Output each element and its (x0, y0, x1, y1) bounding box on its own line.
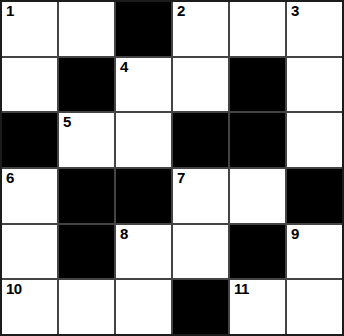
white-cell[interactable]: 7 (173, 169, 228, 223)
black-cell (116, 169, 171, 223)
white-cell[interactable] (59, 2, 114, 56)
white-cell[interactable] (173, 58, 228, 112)
clue-number: 1 (6, 3, 14, 20)
black-cell (230, 113, 285, 167)
clue-number: 3 (291, 3, 299, 20)
white-cell[interactable] (287, 113, 342, 167)
black-cell (116, 2, 171, 56)
white-cell[interactable] (230, 169, 285, 223)
clue-number: 10 (6, 281, 22, 298)
black-cell (287, 169, 342, 223)
white-cell[interactable]: 4 (116, 58, 171, 112)
black-cell (230, 225, 285, 279)
black-cell (59, 169, 114, 223)
black-cell (173, 280, 228, 334)
white-cell[interactable]: 3 (287, 2, 342, 56)
white-cell[interactable] (2, 225, 57, 279)
white-cell[interactable] (116, 280, 171, 334)
white-cell[interactable]: 2 (173, 2, 228, 56)
white-cell[interactable] (287, 280, 342, 334)
clue-number: 11 (234, 281, 249, 298)
clue-number: 8 (120, 226, 128, 243)
black-cell (173, 113, 228, 167)
white-cell[interactable] (173, 225, 228, 279)
white-cell[interactable]: 11 (230, 280, 285, 334)
clue-number: 2 (177, 3, 185, 20)
crossword-grid: 1234567891011 (0, 0, 344, 336)
white-cell[interactable]: 5 (59, 113, 114, 167)
white-cell[interactable] (287, 58, 342, 112)
clue-number: 5 (63, 114, 71, 131)
white-cell[interactable] (116, 113, 171, 167)
white-cell[interactable]: 1 (2, 2, 57, 56)
clue-number: 9 (291, 226, 299, 243)
black-cell (230, 58, 285, 112)
black-cell (59, 58, 114, 112)
white-cell[interactable]: 9 (287, 225, 342, 279)
white-cell[interactable]: 8 (116, 225, 171, 279)
white-cell[interactable]: 6 (2, 169, 57, 223)
black-cell (2, 113, 57, 167)
white-cell[interactable] (59, 280, 114, 334)
white-cell[interactable] (2, 58, 57, 112)
white-cell[interactable] (230, 2, 285, 56)
clue-number: 7 (177, 170, 185, 187)
black-cell (59, 225, 114, 279)
clue-number: 6 (6, 170, 14, 187)
clue-number: 4 (120, 59, 128, 76)
white-cell[interactable]: 10 (2, 280, 57, 334)
